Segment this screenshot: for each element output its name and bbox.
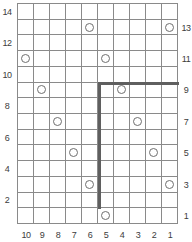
cell — [82, 4, 98, 20]
cell — [114, 193, 130, 209]
cell — [162, 193, 178, 209]
cell — [130, 193, 146, 209]
y-axis-label-right: 13 — [180, 23, 192, 33]
cell — [66, 20, 82, 36]
cell — [130, 161, 146, 177]
cell — [66, 161, 82, 177]
plotted-point-circle — [85, 180, 94, 189]
cell — [146, 161, 162, 177]
cell — [162, 177, 178, 193]
y-axis-label-left: 8 — [0, 101, 14, 111]
thick-vertical-line — [98, 82, 101, 209]
plotted-point-circle — [117, 85, 126, 94]
cell — [18, 161, 34, 177]
cell — [162, 98, 178, 114]
cell — [82, 20, 98, 36]
cell — [34, 4, 50, 20]
cell — [50, 83, 66, 99]
board-frame — [17, 3, 178, 224]
cell — [18, 114, 34, 130]
cell — [146, 51, 162, 67]
x-axis-label: 10 — [18, 230, 34, 240]
cell — [162, 130, 178, 146]
cell — [82, 35, 98, 51]
cell — [130, 208, 146, 224]
cell — [162, 20, 178, 36]
plotted-point-circle — [85, 23, 94, 32]
y-axis-label-right: 7 — [180, 117, 192, 127]
y-axis-label-left: 2 — [0, 195, 14, 205]
cell — [66, 208, 82, 224]
cell — [34, 35, 50, 51]
y-axis-label-right: 3 — [180, 180, 192, 190]
cell — [34, 177, 50, 193]
cell — [50, 193, 66, 209]
cell — [146, 4, 162, 20]
cell — [146, 35, 162, 51]
cell — [82, 193, 98, 209]
cell — [162, 67, 178, 83]
cell — [82, 67, 98, 83]
cell — [50, 4, 66, 20]
cell — [82, 51, 98, 67]
cell — [114, 98, 130, 114]
cell — [162, 51, 178, 67]
cell — [146, 67, 162, 83]
cell — [18, 35, 34, 51]
cell — [34, 130, 50, 146]
y-axis-label-left: 12 — [0, 38, 14, 48]
cell — [34, 67, 50, 83]
x-axis-labels: 10987654321 — [17, 229, 178, 241]
y-axis-label-left: 4 — [0, 164, 14, 174]
cell — [34, 51, 50, 67]
cell — [146, 114, 162, 130]
cell — [34, 193, 50, 209]
cell — [146, 208, 162, 224]
cell — [162, 114, 178, 130]
cell — [18, 20, 34, 36]
y-axis-left-labels: 1412108642 — [0, 3, 14, 224]
cell — [66, 4, 82, 20]
cell — [162, 4, 178, 20]
plotted-point-circle — [101, 211, 110, 220]
cell — [66, 114, 82, 130]
cell — [50, 98, 66, 114]
cell — [130, 67, 146, 83]
plotted-point-circle — [149, 148, 158, 157]
cell — [130, 4, 146, 20]
y-axis-label-right: 9 — [180, 85, 192, 95]
x-axis-label: 2 — [146, 230, 162, 240]
cell — [66, 145, 82, 161]
cell — [114, 51, 130, 67]
cell — [66, 83, 82, 99]
cell — [114, 208, 130, 224]
cell — [98, 51, 114, 67]
cell — [18, 83, 34, 99]
x-axis-label: 7 — [66, 230, 82, 240]
cell — [50, 35, 66, 51]
cell — [130, 177, 146, 193]
cell — [50, 67, 66, 83]
x-axis-label: 9 — [34, 230, 50, 240]
cell — [18, 208, 34, 224]
cell — [82, 161, 98, 177]
cell — [98, 4, 114, 20]
x-axis-label: 3 — [130, 230, 146, 240]
cell — [98, 35, 114, 51]
cell — [34, 114, 50, 130]
thick-horizontal-line — [99, 82, 179, 85]
plotted-point-circle — [37, 85, 46, 94]
cell — [130, 98, 146, 114]
cell — [34, 161, 50, 177]
cell — [66, 130, 82, 146]
cell — [66, 177, 82, 193]
cell — [98, 20, 114, 36]
cell — [66, 67, 82, 83]
cell — [82, 83, 98, 99]
cell — [146, 20, 162, 36]
x-axis-label: 5 — [98, 230, 114, 240]
cell — [130, 114, 146, 130]
cell — [114, 130, 130, 146]
cell — [34, 98, 50, 114]
cell — [130, 35, 146, 51]
plotted-point-circle — [133, 117, 142, 126]
x-axis-label: 6 — [82, 230, 98, 240]
cell — [146, 145, 162, 161]
cell — [18, 177, 34, 193]
cell — [50, 145, 66, 161]
cell — [130, 51, 146, 67]
cell — [66, 51, 82, 67]
cell — [18, 67, 34, 83]
cell — [50, 208, 66, 224]
cell — [114, 161, 130, 177]
cell — [146, 177, 162, 193]
cell — [34, 208, 50, 224]
cell — [18, 145, 34, 161]
cell — [146, 98, 162, 114]
cell — [82, 98, 98, 114]
cell — [50, 130, 66, 146]
cell — [114, 20, 130, 36]
cell — [114, 145, 130, 161]
y-axis-label-right: 11 — [180, 54, 192, 64]
cell — [82, 114, 98, 130]
cell — [82, 145, 98, 161]
plotted-point-circle — [53, 117, 62, 126]
cell — [98, 67, 114, 83]
cell — [146, 130, 162, 146]
cell — [130, 145, 146, 161]
cell — [146, 193, 162, 209]
y-axis-label-left: 6 — [0, 133, 14, 143]
cell — [34, 145, 50, 161]
cell — [114, 114, 130, 130]
cell — [114, 4, 130, 20]
cell — [66, 193, 82, 209]
cell — [162, 35, 178, 51]
cell — [114, 177, 130, 193]
cell — [66, 35, 82, 51]
cell — [50, 51, 66, 67]
cell — [50, 114, 66, 130]
cell — [130, 130, 146, 146]
cell — [162, 208, 178, 224]
cell — [82, 177, 98, 193]
cell — [66, 98, 82, 114]
y-axis-label-right: 1 — [180, 211, 192, 221]
cell — [18, 193, 34, 209]
plotted-point-circle — [21, 54, 30, 63]
x-axis-label: 4 — [114, 230, 130, 240]
cell — [114, 35, 130, 51]
cell — [114, 67, 130, 83]
cell — [50, 177, 66, 193]
cell — [98, 208, 114, 224]
plotted-point-circle — [165, 180, 174, 189]
cell — [18, 98, 34, 114]
plot-area: 1412108642 131197531 10987654321 — [0, 0, 192, 242]
y-axis-label-right: 5 — [180, 148, 192, 158]
cell — [34, 20, 50, 36]
cell — [162, 161, 178, 177]
cell — [130, 20, 146, 36]
y-axis-label-left: 14 — [0, 7, 14, 17]
cell — [82, 130, 98, 146]
cell — [162, 145, 178, 161]
y-axis-label-left: 10 — [0, 70, 14, 80]
y-axis-right-labels: 131197531 — [180, 3, 192, 224]
cell — [18, 130, 34, 146]
plotted-point-circle — [165, 23, 174, 32]
plotted-point-circle — [69, 148, 78, 157]
cell — [18, 51, 34, 67]
x-axis-label: 1 — [162, 230, 178, 240]
cell — [50, 20, 66, 36]
cell — [34, 83, 50, 99]
cell — [50, 161, 66, 177]
plotted-point-circle — [101, 54, 110, 63]
x-axis-label: 8 — [50, 230, 66, 240]
cell — [82, 208, 98, 224]
cell — [18, 4, 34, 20]
